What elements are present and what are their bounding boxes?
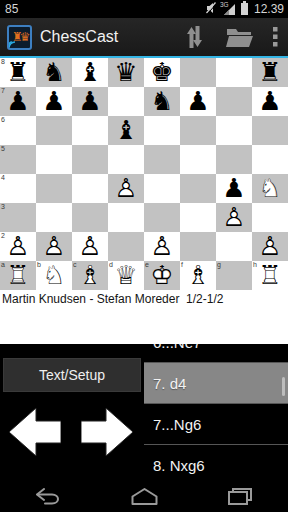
square-e4[interactable] bbox=[144, 174, 180, 203]
black-knight: ♞ bbox=[36, 58, 72, 87]
back-icon bbox=[35, 488, 61, 505]
square-a4[interactable]: 4 bbox=[0, 174, 36, 203]
file-label: h bbox=[253, 261, 257, 269]
square-d5[interactable] bbox=[108, 145, 144, 174]
white-rook: ♖ bbox=[0, 261, 36, 290]
square-g7[interactable] bbox=[216, 87, 252, 116]
rank-label: 3 bbox=[1, 203, 5, 211]
square-h1[interactable]: h♜♖ bbox=[252, 261, 288, 290]
recents-button[interactable] bbox=[210, 482, 270, 510]
clock-text: 12.39 bbox=[254, 2, 284, 16]
move-list: 6...Ne77. d47...Ng68. Nxg6 bbox=[144, 344, 288, 482]
broadcast-arc-icon bbox=[8, 39, 18, 49]
overflow-menu-icon[interactable] bbox=[262, 18, 288, 56]
white-queen: ♕ bbox=[108, 261, 144, 290]
signal-icon: 3G bbox=[220, 1, 237, 18]
square-h2[interactable]: ♟♙ bbox=[252, 232, 288, 261]
home-button[interactable] bbox=[114, 482, 174, 510]
scrollbar-thumb[interactable] bbox=[282, 377, 285, 396]
square-h7[interactable]: ♟ bbox=[252, 87, 288, 116]
square-d4[interactable]: ♟♙ bbox=[108, 174, 144, 203]
black-pawn: ♟ bbox=[216, 174, 252, 203]
arrow-right-icon bbox=[81, 406, 133, 458]
black-pawn: ♟ bbox=[0, 87, 36, 116]
square-e1[interactable]: e♚♔ bbox=[144, 261, 180, 290]
square-e6[interactable] bbox=[144, 116, 180, 145]
app-bar: ♜♛ ChessCast bbox=[0, 18, 288, 56]
square-f3[interactable] bbox=[180, 203, 216, 232]
square-c1[interactable]: c♝♗ bbox=[72, 261, 108, 290]
arrow-left-icon bbox=[9, 406, 61, 458]
square-a7[interactable]: 7♟ bbox=[0, 87, 36, 116]
square-b5[interactable] bbox=[36, 145, 72, 174]
square-c5[interactable] bbox=[72, 145, 108, 174]
file-label: g bbox=[217, 261, 221, 269]
black-rook: ♜ bbox=[252, 58, 288, 87]
square-e2[interactable]: ♟♙ bbox=[144, 232, 180, 261]
rank-label: 5 bbox=[1, 145, 5, 153]
text-setup-button[interactable]: Text/Setup bbox=[3, 358, 141, 392]
square-h3[interactable] bbox=[252, 203, 288, 232]
square-g3[interactable]: ♟♙ bbox=[216, 203, 252, 232]
white-knight: ♘ bbox=[252, 174, 288, 203]
file-label: d bbox=[109, 261, 113, 269]
next-move-button[interactable] bbox=[81, 404, 133, 460]
move-list-item[interactable]: 6...Ne7 bbox=[144, 344, 288, 363]
black-knight: ♞ bbox=[144, 87, 180, 116]
white-pawn: ♙ bbox=[0, 232, 36, 261]
app-icon: ♜♛ bbox=[7, 25, 32, 50]
square-a6[interactable]: 6 bbox=[0, 116, 36, 145]
rank-label: 4 bbox=[1, 174, 5, 182]
square-g6[interactable] bbox=[216, 116, 252, 145]
white-pawn: ♙ bbox=[36, 232, 72, 261]
square-b1[interactable]: b♞♘ bbox=[36, 261, 72, 290]
mute-icon bbox=[206, 2, 217, 17]
square-b3[interactable] bbox=[36, 203, 72, 232]
chess-board: 8♜♞♝♛♚♜7♟♟♟♞♟♟6♝54♟♙♟♞♘3♟♙2♟♙♟♙♟♙♟♙♟♙a♜♖… bbox=[0, 58, 288, 290]
rank-label: 6 bbox=[1, 116, 5, 124]
network-type-label: 3G bbox=[220, 1, 229, 8]
black-bishop: ♝ bbox=[108, 116, 144, 145]
rank-label: 8 bbox=[1, 58, 5, 66]
black-pawn: ♟ bbox=[252, 87, 288, 116]
previous-move-button[interactable] bbox=[9, 404, 61, 460]
square-b2[interactable]: ♟♙ bbox=[36, 232, 72, 261]
square-e3[interactable] bbox=[144, 203, 180, 232]
white-pawn: ♙ bbox=[216, 203, 252, 232]
square-f1[interactable]: f♝♗ bbox=[180, 261, 216, 290]
black-pawn: ♟ bbox=[36, 87, 72, 116]
home-icon bbox=[131, 488, 158, 505]
file-label: b bbox=[37, 261, 41, 269]
square-c2[interactable]: ♟♙ bbox=[72, 232, 108, 261]
white-rook: ♖ bbox=[252, 261, 288, 290]
square-h4[interactable]: ♞♘ bbox=[252, 174, 288, 203]
square-h6[interactable] bbox=[252, 116, 288, 145]
file-label: a bbox=[1, 261, 5, 269]
square-b7[interactable]: ♟ bbox=[36, 87, 72, 116]
white-pawn: ♙ bbox=[252, 232, 288, 261]
square-g5[interactable] bbox=[216, 145, 252, 174]
square-d8[interactable]: ♛ bbox=[108, 58, 144, 87]
square-a8[interactable]: 8♜ bbox=[0, 58, 36, 87]
square-b4[interactable] bbox=[36, 174, 72, 203]
square-e7[interactable]: ♞ bbox=[144, 87, 180, 116]
rank-label: 2 bbox=[1, 232, 5, 240]
square-d7[interactable] bbox=[108, 87, 144, 116]
square-f7[interactable]: ♟ bbox=[180, 87, 216, 116]
app-title: ChessCast bbox=[40, 28, 172, 46]
status-left-text: 85 bbox=[5, 2, 206, 16]
square-a5[interactable]: 5 bbox=[0, 145, 36, 174]
sort-arrows-icon[interactable] bbox=[172, 18, 216, 56]
square-e8[interactable]: ♚ bbox=[144, 58, 180, 87]
move-list-item[interactable]: 7...Ng6 bbox=[144, 404, 288, 445]
file-label: c bbox=[73, 261, 77, 269]
black-pawn: ♟ bbox=[72, 87, 108, 116]
square-f4[interactable] bbox=[180, 174, 216, 203]
square-e5[interactable] bbox=[144, 145, 180, 174]
square-d3[interactable] bbox=[108, 203, 144, 232]
square-d6[interactable]: ♝ bbox=[108, 116, 144, 145]
black-pawn: ♟ bbox=[180, 87, 216, 116]
square-c3[interactable] bbox=[72, 203, 108, 232]
square-f2[interactable] bbox=[180, 232, 216, 261]
square-h5[interactable] bbox=[252, 145, 288, 174]
square-g2[interactable] bbox=[216, 232, 252, 261]
black-king: ♚ bbox=[144, 58, 180, 87]
square-h8[interactable]: ♜ bbox=[252, 58, 288, 87]
game-caption: Martin Knudsen - Stefan Moreder 1/2-1/2 bbox=[2, 292, 223, 306]
white-pawn: ♙ bbox=[72, 232, 108, 261]
white-bishop: ♗ bbox=[180, 261, 216, 290]
rank-label: 7 bbox=[1, 87, 5, 95]
black-rook: ♜ bbox=[0, 58, 36, 87]
square-a2[interactable]: 2♟♙ bbox=[0, 232, 36, 261]
square-a1[interactable]: a♜♖ bbox=[0, 261, 36, 290]
square-a3[interactable]: 3 bbox=[0, 203, 36, 232]
white-knight: ♘ bbox=[36, 261, 72, 290]
square-f8[interactable] bbox=[180, 58, 216, 87]
square-g1[interactable]: g bbox=[216, 261, 252, 290]
square-d2[interactable] bbox=[108, 232, 144, 261]
move-list-item[interactable]: 7. d4 bbox=[144, 363, 288, 404]
square-b8[interactable]: ♞ bbox=[36, 58, 72, 87]
back-button[interactable] bbox=[18, 482, 78, 510]
file-label: f bbox=[181, 261, 183, 269]
square-c6[interactable] bbox=[72, 116, 108, 145]
square-f6[interactable] bbox=[180, 116, 216, 145]
square-c8[interactable]: ♝ bbox=[72, 58, 108, 87]
battery-icon bbox=[240, 1, 249, 18]
caption-strip: Martin Knudsen - Stefan Moreder 1/2-1/2 bbox=[0, 290, 288, 344]
square-g8[interactable] bbox=[216, 58, 252, 87]
move-list-item[interactable]: 8. Nxg6 bbox=[144, 445, 288, 482]
black-bishop: ♝ bbox=[72, 58, 108, 87]
white-bishop: ♗ bbox=[72, 261, 108, 290]
white-pawn: ♙ bbox=[144, 232, 180, 261]
white-king: ♔ bbox=[144, 261, 180, 290]
android-nav-bar bbox=[0, 480, 288, 512]
square-g4[interactable]: ♟ bbox=[216, 174, 252, 203]
black-queen: ♛ bbox=[108, 58, 144, 87]
white-pawn: ♙ bbox=[108, 174, 144, 203]
square-f5[interactable] bbox=[180, 145, 216, 174]
square-c7[interactable]: ♟ bbox=[72, 87, 108, 116]
file-label: e bbox=[145, 261, 149, 269]
square-d1[interactable]: d♛♕ bbox=[108, 261, 144, 290]
status-bar: 85 3G 12.39 bbox=[0, 0, 288, 18]
recents-icon bbox=[228, 488, 252, 505]
open-folder-icon[interactable] bbox=[216, 18, 262, 56]
square-b6[interactable] bbox=[36, 116, 72, 145]
square-c4[interactable] bbox=[72, 174, 108, 203]
